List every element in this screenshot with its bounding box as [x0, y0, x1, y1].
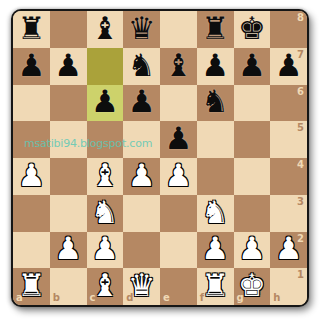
- square-h8[interactable]: 8: [270, 11, 307, 48]
- piece-white-rook[interactable]: ♜: [201, 270, 229, 301]
- file-label-g: g: [237, 293, 244, 303]
- square-b3[interactable]: [50, 195, 87, 232]
- piece-white-knight[interactable]: ♞: [201, 197, 229, 228]
- file-label-b: b: [53, 293, 60, 303]
- square-g8[interactable]: ♚: [234, 11, 271, 48]
- square-e1[interactable]: e: [160, 268, 197, 305]
- square-f5[interactable]: [197, 121, 234, 158]
- piece-black-knight[interactable]: ♞: [201, 86, 229, 117]
- square-b5[interactable]: [50, 121, 87, 158]
- file-label-e: e: [163, 293, 170, 303]
- square-b6[interactable]: [50, 85, 87, 122]
- square-a1[interactable]: ♜a: [13, 268, 50, 305]
- square-c8[interactable]: ♝: [87, 11, 124, 48]
- square-b1[interactable]: b: [50, 268, 87, 305]
- piece-black-pawn[interactable]: ♟: [201, 50, 229, 81]
- square-f3[interactable]: ♞: [197, 195, 234, 232]
- square-c2[interactable]: ♟: [87, 232, 124, 269]
- square-h7[interactable]: ♟7: [270, 48, 307, 85]
- square-d7[interactable]: ♞: [123, 48, 160, 85]
- file-label-d: d: [126, 293, 133, 303]
- square-a7[interactable]: ♟: [13, 48, 50, 85]
- piece-white-pawn[interactable]: ♟: [54, 233, 82, 264]
- piece-black-rook[interactable]: ♜: [17, 13, 45, 44]
- square-a2[interactable]: [13, 232, 50, 269]
- square-b2[interactable]: ♟: [50, 232, 87, 269]
- square-a5[interactable]: [13, 121, 50, 158]
- piece-white-knight[interactable]: ♞: [91, 197, 119, 228]
- square-c4[interactable]: ♝: [87, 158, 124, 195]
- piece-black-queen[interactable]: ♛: [128, 13, 156, 44]
- square-h2[interactable]: ♟2: [270, 232, 307, 269]
- square-d3[interactable]: [123, 195, 160, 232]
- square-a6[interactable]: [13, 85, 50, 122]
- square-g3[interactable]: [234, 195, 271, 232]
- square-e3[interactable]: [160, 195, 197, 232]
- square-h6[interactable]: 6: [270, 85, 307, 122]
- square-h5[interactable]: 5: [270, 121, 307, 158]
- rank-label-5: 5: [297, 123, 304, 133]
- piece-black-king[interactable]: ♚: [238, 13, 266, 44]
- square-f7[interactable]: ♟: [197, 48, 234, 85]
- square-g2[interactable]: ♟: [234, 232, 271, 269]
- square-e7[interactable]: ♝: [160, 48, 197, 85]
- square-b4[interactable]: [50, 158, 87, 195]
- piece-black-pawn[interactable]: ♟: [17, 50, 45, 81]
- square-g4[interactable]: [234, 158, 271, 195]
- file-label-a: a: [16, 293, 23, 303]
- square-d8[interactable]: ♛: [123, 11, 160, 48]
- rank-label-6: 6: [297, 87, 304, 97]
- square-c6[interactable]: ♟: [87, 85, 124, 122]
- square-f6[interactable]: ♞: [197, 85, 234, 122]
- piece-white-pawn[interactable]: ♟: [91, 233, 119, 264]
- square-g1[interactable]: ♚g: [234, 268, 271, 305]
- piece-black-rook[interactable]: ♜: [201, 13, 229, 44]
- square-b8[interactable]: [50, 11, 87, 48]
- square-f1[interactable]: ♜f: [197, 268, 234, 305]
- piece-black-bishop[interactable]: ♝: [91, 13, 119, 44]
- piece-black-pawn[interactable]: ♟: [54, 50, 82, 81]
- square-g6[interactable]: [234, 85, 271, 122]
- file-label-h: h: [273, 293, 280, 303]
- square-c7[interactable]: [87, 48, 124, 85]
- piece-black-pawn[interactable]: ♟: [238, 50, 266, 81]
- square-d4[interactable]: ♟: [123, 158, 160, 195]
- rank-label-8: 8: [297, 13, 304, 23]
- square-e6[interactable]: [160, 85, 197, 122]
- square-c1[interactable]: ♝c: [87, 268, 124, 305]
- piece-white-pawn[interactable]: ♟: [164, 160, 192, 191]
- rank-label-2: 2: [297, 234, 304, 244]
- square-g5[interactable]: [234, 121, 271, 158]
- chess-diagram: ♜♝♛♜♚8♟♟♞♝♟♟♟7♟♟♞6♟5♟♝♟♟4♞♞3♟♟♟♟♟2♜ab♝c♛…: [0, 0, 320, 320]
- file-label-f: f: [200, 293, 204, 303]
- chess-board: ♜♝♛♜♚8♟♟♞♝♟♟♟7♟♟♞6♟5♟♝♟♟4♞♞3♟♟♟♟♟2♜ab♝c♛…: [13, 11, 307, 305]
- square-a8[interactable]: ♜: [13, 11, 50, 48]
- square-c3[interactable]: ♞: [87, 195, 124, 232]
- board-frame: ♜♝♛♜♚8♟♟♞♝♟♟♟7♟♟♞6♟5♟♝♟♟4♞♞3♟♟♟♟♟2♜ab♝c♛…: [11, 9, 309, 307]
- square-d5[interactable]: [123, 121, 160, 158]
- piece-white-pawn[interactable]: ♟: [201, 233, 229, 264]
- square-f8[interactable]: ♜: [197, 11, 234, 48]
- square-c5[interactable]: [87, 121, 124, 158]
- square-e2[interactable]: [160, 232, 197, 269]
- square-g7[interactable]: ♟: [234, 48, 271, 85]
- rank-label-3: 3: [297, 197, 304, 207]
- rank-label-7: 7: [297, 50, 304, 60]
- piece-black-pawn[interactable]: ♟: [128, 86, 156, 117]
- rank-label-1: 1: [297, 270, 304, 280]
- piece-black-bishop[interactable]: ♝: [164, 50, 192, 81]
- square-d2[interactable]: [123, 232, 160, 269]
- file-label-c: c: [90, 293, 96, 303]
- piece-white-pawn[interactable]: ♟: [17, 160, 45, 191]
- square-h3[interactable]: 3: [270, 195, 307, 232]
- square-f4[interactable]: [197, 158, 234, 195]
- piece-white-pawn[interactable]: ♟: [128, 160, 156, 191]
- square-a4[interactable]: ♟: [13, 158, 50, 195]
- square-d6[interactable]: ♟: [123, 85, 160, 122]
- piece-black-pawn[interactable]: ♟: [91, 86, 119, 117]
- square-d1[interactable]: ♛d: [123, 268, 160, 305]
- square-h4[interactable]: 4: [270, 158, 307, 195]
- piece-white-bishop[interactable]: ♝: [91, 160, 119, 191]
- square-e5[interactable]: ♟: [160, 121, 197, 158]
- square-b7[interactable]: ♟: [50, 48, 87, 85]
- square-f2[interactable]: ♟: [197, 232, 234, 269]
- square-h1[interactable]: 1h: [270, 268, 307, 305]
- rank-label-4: 4: [297, 160, 304, 170]
- square-a3[interactable]: [13, 195, 50, 232]
- piece-black-knight[interactable]: ♞: [128, 50, 156, 81]
- square-e8[interactable]: [160, 11, 197, 48]
- square-e4[interactable]: ♟: [160, 158, 197, 195]
- piece-black-pawn[interactable]: ♟: [164, 123, 192, 154]
- piece-white-pawn[interactable]: ♟: [238, 233, 266, 264]
